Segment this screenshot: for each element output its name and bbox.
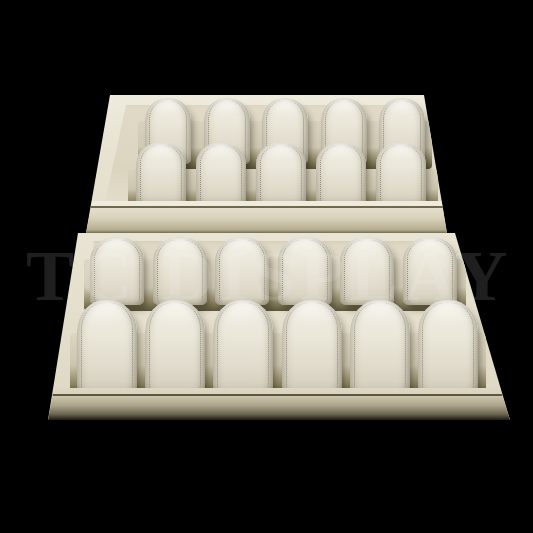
lower-tray-front-face: [48, 388, 510, 420]
display-pillow: [90, 237, 144, 305]
display-pillow: [77, 300, 137, 393]
display-pillow: [215, 237, 269, 305]
display-pillow: [278, 237, 332, 305]
lower-tray: [48, 233, 510, 420]
scene: TC DISPLAY: [0, 0, 533, 533]
upper-tray-front-face: [86, 201, 448, 233]
display-pillow: [403, 237, 457, 305]
display-pillow: [376, 143, 426, 205]
lower-front-row: [77, 300, 478, 395]
upper-front-row: [136, 143, 426, 207]
lower-back-row: [90, 237, 457, 307]
display-pillow: [282, 300, 342, 393]
upper-tray: [86, 95, 448, 233]
display-pillow: [213, 300, 273, 393]
display-pillow: [153, 237, 207, 305]
display-pillow: [196, 143, 246, 205]
display-pillow: [256, 143, 306, 205]
display-pillow: [350, 300, 410, 393]
display-pillow: [418, 300, 478, 393]
display-pillow: [316, 143, 366, 205]
display-pillow: [340, 237, 394, 305]
display-pillow: [145, 300, 205, 393]
display-pillow: [136, 143, 186, 205]
